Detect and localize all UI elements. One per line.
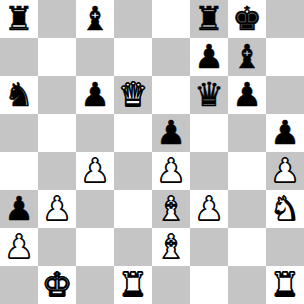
- square-a2[interactable]: ♟: [0, 228, 38, 266]
- square-g1[interactable]: [228, 266, 266, 304]
- black-rook-piece: ♜: [194, 0, 224, 38]
- square-d7[interactable]: [114, 38, 152, 76]
- white-rook-piece: ♜: [118, 266, 148, 304]
- white-pawn-piece: ♟: [4, 228, 34, 266]
- square-h8[interactable]: [266, 0, 304, 38]
- square-d1[interactable]: ♜: [114, 266, 152, 304]
- square-f7[interactable]: ♟: [190, 38, 228, 76]
- square-c4[interactable]: ♟: [76, 152, 114, 190]
- square-e7[interactable]: [152, 38, 190, 76]
- black-knight-piece: ♞: [4, 76, 34, 114]
- square-c3[interactable]: [76, 190, 114, 228]
- square-g8[interactable]: ♚: [228, 0, 266, 38]
- square-g6[interactable]: ♟: [228, 76, 266, 114]
- black-bishop-piece: ♝: [232, 38, 262, 76]
- square-f1[interactable]: [190, 266, 228, 304]
- square-e4[interactable]: ♟: [152, 152, 190, 190]
- black-pawn-piece: ♟: [194, 38, 224, 76]
- square-g5[interactable]: [228, 114, 266, 152]
- black-queen-piece: ♛: [194, 76, 224, 114]
- square-a8[interactable]: ♜: [0, 0, 38, 38]
- white-bishop-piece: ♝: [156, 228, 186, 266]
- square-g7[interactable]: ♝: [228, 38, 266, 76]
- square-e1[interactable]: [152, 266, 190, 304]
- square-c2[interactable]: [76, 228, 114, 266]
- square-e8[interactable]: [152, 0, 190, 38]
- square-f8[interactable]: ♜: [190, 0, 228, 38]
- square-a6[interactable]: ♞: [0, 76, 38, 114]
- square-a5[interactable]: [0, 114, 38, 152]
- square-h3[interactable]: ♞: [266, 190, 304, 228]
- square-h1[interactable]: ♜: [266, 266, 304, 304]
- white-king-piece: ♚: [42, 266, 72, 304]
- square-c7[interactable]: [76, 38, 114, 76]
- white-pawn-piece: ♟: [156, 152, 186, 190]
- square-e6[interactable]: [152, 76, 190, 114]
- square-h7[interactable]: [266, 38, 304, 76]
- black-pawn-piece: ♟: [4, 190, 34, 228]
- square-f6[interactable]: ♛: [190, 76, 228, 114]
- square-c5[interactable]: [76, 114, 114, 152]
- white-pawn-piece: ♟: [194, 190, 224, 228]
- black-king-piece: ♚: [232, 0, 262, 38]
- square-d3[interactable]: [114, 190, 152, 228]
- black-bishop-piece: ♝: [80, 0, 110, 38]
- chess-board: ♜♝♜♚♟♝♞♟♛♛♟♟♟♟♟♟♟♟♝♟♞♟♝♚♜♜: [0, 0, 304, 304]
- square-h2[interactable]: [266, 228, 304, 266]
- white-knight-piece: ♞: [270, 190, 300, 228]
- square-e2[interactable]: ♝: [152, 228, 190, 266]
- white-pawn-piece: ♟: [270, 152, 300, 190]
- white-bishop-piece: ♝: [156, 190, 186, 228]
- square-b5[interactable]: [38, 114, 76, 152]
- square-b7[interactable]: [38, 38, 76, 76]
- square-d5[interactable]: [114, 114, 152, 152]
- square-d4[interactable]: [114, 152, 152, 190]
- square-b3[interactable]: ♟: [38, 190, 76, 228]
- square-c1[interactable]: [76, 266, 114, 304]
- square-d8[interactable]: [114, 0, 152, 38]
- black-pawn-piece: ♟: [156, 114, 186, 152]
- white-pawn-piece: ♟: [80, 152, 110, 190]
- square-e5[interactable]: ♟: [152, 114, 190, 152]
- square-b4[interactable]: [38, 152, 76, 190]
- square-h6[interactable]: [266, 76, 304, 114]
- square-a4[interactable]: [0, 152, 38, 190]
- square-g3[interactable]: [228, 190, 266, 228]
- square-h4[interactable]: ♟: [266, 152, 304, 190]
- black-pawn-piece: ♟: [232, 76, 262, 114]
- black-rook-piece: ♜: [4, 0, 34, 38]
- square-f3[interactable]: ♟: [190, 190, 228, 228]
- square-d6[interactable]: ♛: [114, 76, 152, 114]
- square-b8[interactable]: [38, 0, 76, 38]
- black-pawn-piece: ♟: [80, 76, 110, 114]
- square-a7[interactable]: [0, 38, 38, 76]
- square-b1[interactable]: ♚: [38, 266, 76, 304]
- black-pawn-piece: ♟: [270, 114, 300, 152]
- white-pawn-piece: ♟: [42, 190, 72, 228]
- square-b6[interactable]: [38, 76, 76, 114]
- square-f5[interactable]: [190, 114, 228, 152]
- square-c6[interactable]: ♟: [76, 76, 114, 114]
- square-a3[interactable]: ♟: [0, 190, 38, 228]
- white-queen-piece: ♛: [118, 76, 148, 114]
- square-c8[interactable]: ♝: [76, 0, 114, 38]
- square-b2[interactable]: [38, 228, 76, 266]
- square-g4[interactable]: [228, 152, 266, 190]
- square-e3[interactable]: ♝: [152, 190, 190, 228]
- square-d2[interactable]: [114, 228, 152, 266]
- square-f4[interactable]: [190, 152, 228, 190]
- square-g2[interactable]: [228, 228, 266, 266]
- square-a1[interactable]: [0, 266, 38, 304]
- square-h5[interactable]: ♟: [266, 114, 304, 152]
- square-f2[interactable]: [190, 228, 228, 266]
- white-rook-piece: ♜: [270, 266, 300, 304]
